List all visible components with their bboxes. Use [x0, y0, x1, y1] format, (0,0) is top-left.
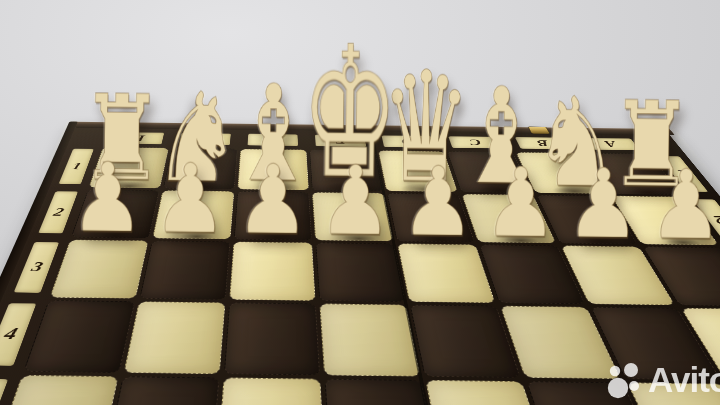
- rank-label-text: 3: [29, 258, 46, 274]
- avito-logo-icon: [604, 359, 644, 401]
- white-pawn-glyph: ♟: [400, 154, 475, 250]
- rank-label-text: 2: [52, 205, 67, 219]
- white-pawn-glyph: ♟: [483, 155, 558, 251]
- white-pawn-glyph: ♟: [648, 157, 720, 253]
- watermark-text: Avito: [648, 360, 720, 400]
- rank-label-left-5: 5: [0, 379, 8, 405]
- square-h3: [50, 240, 149, 299]
- square-g3: [139, 241, 230, 300]
- white-pawn-glyph: ♟: [566, 156, 641, 252]
- square-f5: [217, 378, 326, 405]
- square-g4: [124, 301, 226, 374]
- avito-watermark: Avito: [604, 359, 720, 401]
- white-pawn-glyph: ♟: [152, 151, 227, 247]
- white-pawn-glyph: ♟: [318, 153, 393, 249]
- square-e3: [315, 243, 405, 302]
- white-pawn-glyph: ♟: [70, 150, 145, 246]
- square-f4: [224, 303, 320, 376]
- rank-label-text: 4: [1, 323, 20, 343]
- square-h5: [0, 375, 119, 405]
- square-g5: [103, 376, 219, 405]
- chessboard-scene: HGFEDCBA1122334455667788♜♞♝♚♛♝♞♜♟♟♟♟♟♟♟♟: [68, 127, 669, 405]
- square-h4: [23, 300, 135, 373]
- listing-photo: HGFEDCBA1122334455667788♜♞♝♚♛♝♞♜♟♟♟♟♟♟♟♟…: [0, 0, 720, 405]
- square-f3: [229, 242, 315, 301]
- white-pawn-glyph: ♟: [235, 152, 310, 248]
